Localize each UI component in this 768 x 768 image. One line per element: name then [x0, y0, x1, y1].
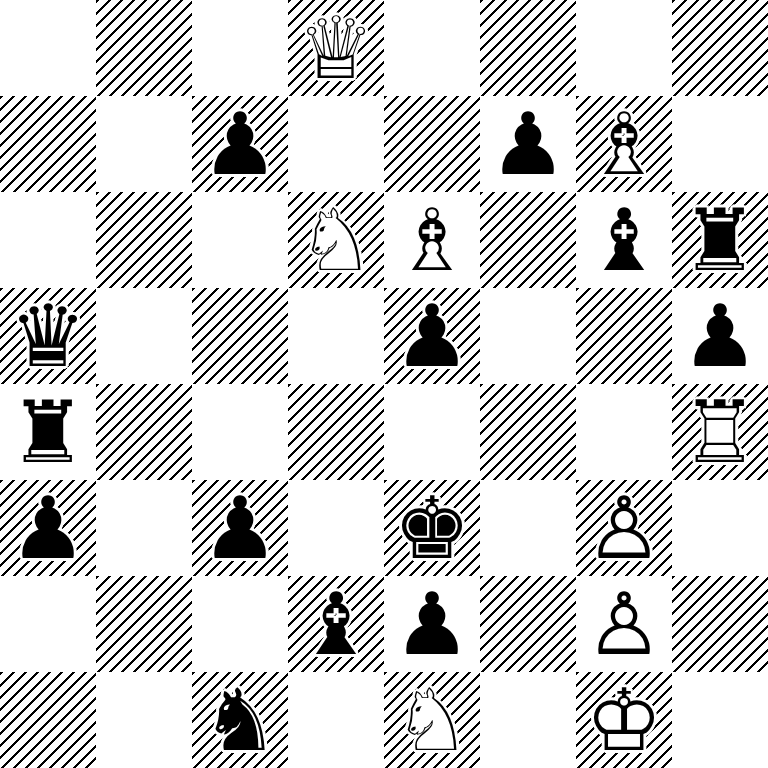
square-c6[interactable] — [192, 192, 288, 288]
square-a3[interactable]: ♟♟ — [0, 480, 96, 576]
square-a7[interactable] — [0, 96, 96, 192]
white-knight-icon[interactable]: ♘ — [288, 192, 384, 288]
black-bishop-icon[interactable]: ♝ — [288, 576, 384, 672]
square-f8[interactable] — [480, 0, 576, 96]
square-g2[interactable]: ♟♙ — [576, 576, 672, 672]
square-g1[interactable]: ♚♔ — [576, 672, 672, 768]
black-pawn-icon[interactable]: ♟ — [384, 576, 480, 672]
square-d8[interactable]: ♛♕ — [288, 0, 384, 96]
square-d1[interactable] — [288, 672, 384, 768]
square-f2[interactable] — [480, 576, 576, 672]
square-b8[interactable] — [96, 0, 192, 96]
square-d3[interactable] — [288, 480, 384, 576]
square-a1[interactable] — [0, 672, 96, 768]
square-f3[interactable] — [480, 480, 576, 576]
square-c3[interactable]: ♟♟ — [192, 480, 288, 576]
square-e7[interactable] — [384, 96, 480, 192]
black-pawn-icon[interactable]: ♟ — [192, 96, 288, 192]
black-pawn-icon[interactable]: ♟ — [384, 288, 480, 384]
square-h3[interactable] — [672, 480, 768, 576]
black-pawn-icon[interactable]: ♟ — [672, 288, 768, 384]
square-g8[interactable] — [576, 0, 672, 96]
white-bishop-icon[interactable]: ♗ — [384, 192, 480, 288]
chess-board: ♛♕♟♟♟♟♝♗♞♘♝♗♝♝♜♜♛♛♟♟♟♟♜♜♜♖♟♟♟♟♚♚♟♙♝♝♟♟♟♙… — [0, 0, 768, 768]
square-f6[interactable] — [480, 192, 576, 288]
square-a6[interactable] — [0, 192, 96, 288]
square-g7[interactable]: ♝♗ — [576, 96, 672, 192]
black-knight-icon[interactable]: ♞ — [192, 672, 288, 768]
white-rook-icon[interactable]: ♖ — [672, 384, 768, 480]
square-h5[interactable]: ♟♟ — [672, 288, 768, 384]
white-pawn-icon[interactable]: ♙ — [576, 576, 672, 672]
square-c4[interactable] — [192, 384, 288, 480]
square-h8[interactable] — [672, 0, 768, 96]
square-f5[interactable] — [480, 288, 576, 384]
square-e8[interactable] — [384, 0, 480, 96]
square-a4[interactable]: ♜♜ — [0, 384, 96, 480]
white-pawn-icon[interactable]: ♙ — [576, 480, 672, 576]
square-f1[interactable] — [480, 672, 576, 768]
square-d6[interactable]: ♞♘ — [288, 192, 384, 288]
black-pawn-icon[interactable]: ♟ — [480, 96, 576, 192]
black-pawn-icon[interactable]: ♟ — [192, 480, 288, 576]
black-rook-icon[interactable]: ♜ — [672, 192, 768, 288]
white-king-icon[interactable]: ♔ — [576, 672, 672, 768]
square-b4[interactable] — [96, 384, 192, 480]
black-bishop-icon[interactable]: ♝ — [576, 192, 672, 288]
square-e1[interactable]: ♞♘ — [384, 672, 480, 768]
black-king-icon[interactable]: ♚ — [384, 480, 480, 576]
black-queen-icon[interactable]: ♛ — [0, 288, 96, 384]
square-d4[interactable] — [288, 384, 384, 480]
square-e3[interactable]: ♚♚ — [384, 480, 480, 576]
square-b3[interactable] — [96, 480, 192, 576]
square-b5[interactable] — [96, 288, 192, 384]
square-h2[interactable] — [672, 576, 768, 672]
square-e6[interactable]: ♝♗ — [384, 192, 480, 288]
white-queen-icon[interactable]: ♕ — [288, 0, 384, 96]
black-pawn-icon[interactable]: ♟ — [0, 480, 96, 576]
square-h7[interactable] — [672, 96, 768, 192]
square-e2[interactable]: ♟♟ — [384, 576, 480, 672]
square-e4[interactable] — [384, 384, 480, 480]
square-g6[interactable]: ♝♝ — [576, 192, 672, 288]
square-a5[interactable]: ♛♛ — [0, 288, 96, 384]
square-c7[interactable]: ♟♟ — [192, 96, 288, 192]
white-bishop-icon[interactable]: ♗ — [576, 96, 672, 192]
square-b2[interactable] — [96, 576, 192, 672]
square-c5[interactable] — [192, 288, 288, 384]
square-h1[interactable] — [672, 672, 768, 768]
square-g4[interactable] — [576, 384, 672, 480]
square-a2[interactable] — [0, 576, 96, 672]
square-a8[interactable] — [0, 0, 96, 96]
square-c1[interactable]: ♞♞ — [192, 672, 288, 768]
square-g5[interactable] — [576, 288, 672, 384]
square-b1[interactable] — [96, 672, 192, 768]
square-c8[interactable] — [192, 0, 288, 96]
square-b6[interactable] — [96, 192, 192, 288]
square-b7[interactable] — [96, 96, 192, 192]
square-h4[interactable]: ♜♖ — [672, 384, 768, 480]
square-f7[interactable]: ♟♟ — [480, 96, 576, 192]
square-h6[interactable]: ♜♜ — [672, 192, 768, 288]
square-d7[interactable] — [288, 96, 384, 192]
square-f4[interactable] — [480, 384, 576, 480]
square-c2[interactable] — [192, 576, 288, 672]
black-rook-icon[interactable]: ♜ — [0, 384, 96, 480]
square-d2[interactable]: ♝♝ — [288, 576, 384, 672]
white-knight-icon[interactable]: ♘ — [384, 672, 480, 768]
square-e5[interactable]: ♟♟ — [384, 288, 480, 384]
square-d5[interactable] — [288, 288, 384, 384]
square-g3[interactable]: ♟♙ — [576, 480, 672, 576]
